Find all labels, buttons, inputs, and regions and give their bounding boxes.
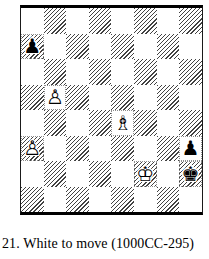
square-e1	[111, 187, 134, 213]
white-bishop-e4: ♝♗	[111, 110, 134, 136]
square-d3	[89, 136, 112, 162]
square-h4	[179, 110, 202, 136]
diagram-caption: 21. White to move (1000CC-295)	[2, 236, 194, 252]
square-b3	[44, 136, 67, 162]
square-d5	[89, 85, 112, 111]
square-d6	[89, 59, 112, 85]
square-c7	[66, 34, 89, 60]
square-f4	[134, 110, 157, 136]
square-f3	[134, 136, 157, 162]
square-h1	[179, 187, 202, 213]
white-pawn-b5: ♟♙	[44, 85, 67, 111]
square-g8	[157, 8, 180, 34]
square-h2: ♚	[179, 161, 202, 187]
square-e4: ♝♗	[111, 110, 134, 136]
square-e7	[111, 34, 134, 60]
diagram-page: ♟♟♙♝♗♟♙♟♚♔♚ 21. White to move (1000CC-29…	[0, 0, 209, 259]
square-d8	[89, 8, 112, 34]
square-h6	[179, 59, 202, 85]
square-b4	[44, 110, 67, 136]
square-c4	[66, 110, 89, 136]
square-f8	[134, 8, 157, 34]
black-pawn-a7: ♟	[21, 34, 44, 60]
chess-board: ♟♟♙♝♗♟♙♟♚♔♚	[20, 5, 203, 215]
square-b6	[44, 59, 67, 85]
square-a7: ♟	[21, 34, 44, 60]
square-f2: ♚♔	[134, 161, 157, 187]
square-f6	[134, 59, 157, 85]
square-g3	[157, 136, 180, 162]
square-b5: ♟♙	[44, 85, 67, 111]
square-g1	[157, 187, 180, 213]
black-king-h2: ♚	[179, 161, 202, 187]
square-e8	[111, 8, 134, 34]
square-a8	[21, 8, 44, 34]
square-f1	[134, 187, 157, 213]
square-c1	[66, 187, 89, 213]
square-b8	[44, 8, 67, 34]
square-d4	[89, 110, 112, 136]
square-g6	[157, 59, 180, 85]
square-a2	[21, 161, 44, 187]
square-a5	[21, 85, 44, 111]
square-e2	[111, 161, 134, 187]
square-e5	[111, 85, 134, 111]
square-d2	[89, 161, 112, 187]
square-b7	[44, 34, 67, 60]
square-a1	[21, 187, 44, 213]
square-b2	[44, 161, 67, 187]
square-c3	[66, 136, 89, 162]
square-c8	[66, 8, 89, 34]
square-b1	[44, 187, 67, 213]
square-c5	[66, 85, 89, 111]
square-a4	[21, 110, 44, 136]
square-e3	[111, 136, 134, 162]
square-g4	[157, 110, 180, 136]
square-c2	[66, 161, 89, 187]
square-g7	[157, 34, 180, 60]
square-h8	[179, 8, 202, 34]
square-f7	[134, 34, 157, 60]
square-h3: ♟	[179, 136, 202, 162]
square-h5	[179, 85, 202, 111]
square-h7	[179, 34, 202, 60]
square-g2	[157, 161, 180, 187]
square-a6	[21, 59, 44, 85]
square-c6	[66, 59, 89, 85]
square-g5	[157, 85, 180, 111]
white-pawn-a3: ♟♙	[21, 136, 44, 162]
square-e6	[111, 59, 134, 85]
white-king-f2: ♚♔	[134, 161, 157, 187]
square-f5	[134, 85, 157, 111]
square-d1	[89, 187, 112, 213]
square-a3: ♟♙	[21, 136, 44, 162]
square-d7	[89, 34, 112, 60]
black-pawn-h3: ♟	[179, 136, 202, 162]
